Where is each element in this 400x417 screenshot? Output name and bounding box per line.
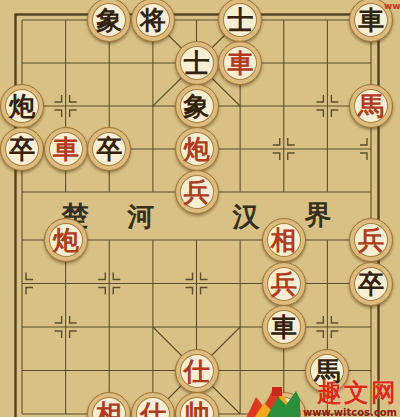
piece-black-soldier[interactable]: 卒 [349,262,393,306]
piece-black-elephant[interactable]: 象 [175,84,219,128]
piece-black-advisor[interactable]: 士 [218,0,262,42]
watermark: 趣文网 www.witcos.com [280,384,400,417]
piece-black-cannon[interactable]: 炮 [0,84,44,128]
piece-red-horse[interactable]: 馬 [349,84,393,128]
piece-black-elephant[interactable]: 象 [87,0,131,42]
piece-red-elephant[interactable]: 相 [262,218,306,262]
piece-red-soldier[interactable]: 兵 [262,262,306,306]
watermark-url: www.witcos.com [303,407,397,417]
piece-red-chariot[interactable]: 車 [218,41,262,85]
witcos-logo-icon [244,385,300,417]
watermark-site-name: 趣文网 [317,380,398,405]
piece-red-soldier[interactable]: 兵 [175,170,219,214]
piece-red-cannon[interactable]: 炮 [175,127,219,171]
piece-red-chariot[interactable]: 車 [44,127,88,171]
piece-black-general[interactable]: 将 [131,0,175,42]
river-label: 汉 [233,199,260,235]
piece-black-soldier[interactable]: 卒 [0,127,44,171]
piece-black-chariot[interactable]: 車 [262,305,306,349]
xiangqi-board[interactable]: 楚 河 汉 界 象将士車士車炮象馬卒車卒炮兵炮相兵兵卒車仕馬相仕帅炮 www.w… [0,0,400,417]
piece-black-soldier[interactable]: 卒 [87,127,131,171]
corner-watermark-url: www.witcos.com [384,1,400,11]
piece-black-advisor[interactable]: 士 [175,41,219,85]
piece-red-soldier[interactable]: 兵 [349,218,393,262]
piece-red-cannon[interactable]: 炮 [44,218,88,262]
river-label: 界 [305,197,332,233]
piece-red-advisor[interactable]: 仕 [175,349,219,393]
river-label: 河 [128,199,155,235]
